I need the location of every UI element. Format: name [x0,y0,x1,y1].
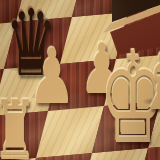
piece-white-rook[interactable]: ♜ [0,90,40,160]
pieces-layer: ♛♟♟♚♝♜ [0,0,160,160]
piece-white-bishop-partial[interactable]: ♝ [135,43,160,121]
chessboard-photo: ♛♟♟♚♝♜ [0,0,160,160]
